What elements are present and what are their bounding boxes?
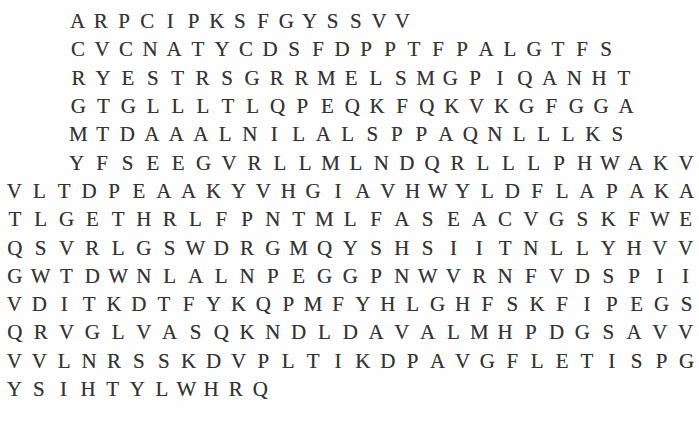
grid-cell: R <box>79 234 105 262</box>
grid-cell: A <box>621 318 647 346</box>
grid-cell: D <box>375 347 400 375</box>
grid-cell: R <box>157 205 183 233</box>
grid-cell: K <box>581 120 606 148</box>
grid-row: VDITKDTFYKQPMFYHLGHFSKFIPEGS <box>0 290 699 318</box>
grid-cell: G <box>240 64 265 92</box>
grid-cell: L <box>141 92 166 120</box>
grid-cell: P <box>450 35 474 63</box>
grid-cell: A <box>624 177 649 205</box>
grid-cell: E <box>166 149 191 177</box>
grid-cell: V <box>251 177 276 205</box>
grid-cell: Y <box>450 177 475 205</box>
grid-cell: F <box>525 177 550 205</box>
grid-cell: M <box>301 290 326 318</box>
grid-cell: G <box>438 64 463 92</box>
grid-cell: L <box>150 375 175 403</box>
grid-cell: D <box>27 290 52 318</box>
grid-cell: P <box>251 347 276 375</box>
grid-cell: W <box>174 375 199 403</box>
grid-cell: L <box>105 318 131 346</box>
grid-cell: E <box>315 92 340 120</box>
grid-cell: N <box>234 262 260 290</box>
grid-cell: T <box>100 375 125 403</box>
grid-cell: V <box>464 92 489 120</box>
grid-cell: R <box>445 149 470 177</box>
grid-cell: P <box>378 35 402 63</box>
grid-cell: S <box>388 64 413 92</box>
grid-cell: G <box>544 205 570 233</box>
grid-cell: T <box>54 262 80 290</box>
grid-cell: A <box>363 318 389 346</box>
grid-cell: Q <box>312 234 338 262</box>
grid-cell: L <box>166 92 191 120</box>
grid-cell: P <box>649 347 674 375</box>
grid-cell: P <box>182 7 205 35</box>
grid-cell: V <box>673 234 699 262</box>
grid-cell: A <box>350 177 375 205</box>
grid-cell: C <box>492 205 518 233</box>
grid-cell: Y <box>91 64 116 92</box>
grid-row: RYESTRSGRRMELSMGPIQANHT <box>0 64 699 92</box>
grid-cell: F <box>500 347 525 375</box>
grid-cell: T <box>301 347 326 375</box>
grid-cell: D <box>286 318 312 346</box>
grid-cell: F <box>475 290 500 318</box>
grid-cell: L <box>343 149 368 177</box>
grid-cell: S <box>183 318 209 346</box>
grid-row: QRVGLVASQKNDLDAVALMHPDGSAVV <box>0 318 699 346</box>
grid-cell: A <box>157 318 183 346</box>
grid-cell: W <box>415 262 441 290</box>
grid-cell: L <box>190 92 215 120</box>
grid-cell: G <box>2 262 28 290</box>
grid-cell: S <box>605 120 630 148</box>
grid-row: GWTDWNLALNPEGGPNWVRNFVDSPII <box>0 262 699 290</box>
grid-cell: K <box>226 290 251 318</box>
grid-cell: F <box>539 92 564 120</box>
grid-cell: L <box>470 149 495 177</box>
grid-cell: Y <box>298 7 321 35</box>
grid-cell: I <box>574 290 599 318</box>
grid-cell: R <box>466 262 492 290</box>
grid-cell: W <box>183 234 209 262</box>
grid-cell: H <box>450 290 475 318</box>
grid-cell: T <box>492 234 518 262</box>
grid-row: MTDAAALNILALSPPAQNLLLKS <box>0 120 699 148</box>
grid-cell: N <box>483 120 508 148</box>
grid-cell: L <box>28 205 54 233</box>
grid-cell: R <box>190 64 215 92</box>
grid-cell: S <box>344 7 367 35</box>
grid-cell: N <box>77 347 102 375</box>
grid-cell: L <box>400 290 425 318</box>
grid-cell: G <box>275 7 298 35</box>
grid-cell: V <box>544 262 570 290</box>
grid-cell: R <box>223 375 248 403</box>
grid-cell: H <box>492 318 518 346</box>
grid-cell: N <box>260 205 286 233</box>
grid-cell: V <box>450 347 475 375</box>
grid-cell: F <box>89 149 114 177</box>
grid-cell: N <box>389 262 415 290</box>
grid-cell: L <box>105 234 131 262</box>
grid-cell: Y <box>64 149 89 177</box>
grid-cell: K <box>350 347 375 375</box>
grid-cell: D <box>79 262 105 290</box>
grid-cell: F <box>363 205 389 233</box>
grid-cell: S <box>570 205 596 233</box>
grid-cell: K <box>525 290 550 318</box>
grid-cell: V <box>131 318 157 346</box>
grid-cell: A <box>425 347 450 375</box>
grid-cell: A <box>574 177 599 205</box>
grid-cell: G <box>522 35 546 63</box>
grid-cell: S <box>28 234 54 262</box>
grid-cell: G <box>260 234 286 262</box>
grid-cell: V <box>2 347 27 375</box>
grid-cell: E <box>79 205 105 233</box>
grid-cell: P <box>599 177 624 205</box>
grid-cell: H <box>76 375 101 403</box>
grid-cell: S <box>595 262 621 290</box>
grid-cell: H <box>131 205 157 233</box>
grid-cell: Q <box>2 318 28 346</box>
grid-cell: R <box>28 318 54 346</box>
grid-cell: S <box>500 290 525 318</box>
grid-cell: L <box>287 120 312 148</box>
grid-cell: E <box>624 290 649 318</box>
grid-cell: P <box>409 120 434 148</box>
grid-cell: N <box>492 262 518 290</box>
grid-cell: I <box>466 234 492 262</box>
grid-cell: Q <box>248 375 273 403</box>
grid-cell: H <box>375 290 400 318</box>
grid-cell: S <box>321 7 344 35</box>
grid-cell: D <box>337 318 363 346</box>
grid-cell: L <box>337 205 363 233</box>
grid-cell: L <box>550 177 575 205</box>
grid-cell: P <box>234 205 260 233</box>
grid-cell: F <box>390 92 415 120</box>
grid-cell: D <box>394 149 419 177</box>
grid-cell: S <box>27 375 52 403</box>
grid-cell: C <box>114 35 138 63</box>
grid-cell: T <box>286 205 312 233</box>
grid-cell: L <box>336 120 361 148</box>
grid-cell: H <box>199 375 224 403</box>
grid-cell: Q <box>251 290 276 318</box>
grid-cell: A <box>151 177 176 205</box>
grid-cell: E <box>116 64 141 92</box>
grid-cell: G <box>570 318 596 346</box>
grid-cell: G <box>514 92 539 120</box>
grid-cell: L <box>312 318 338 346</box>
grid-cell: T <box>546 35 570 63</box>
grid-cell: D <box>126 290 151 318</box>
grid-cell: Q <box>265 92 290 120</box>
grid-cell: A <box>140 120 165 148</box>
grid-cell: L <box>293 149 318 177</box>
grid-cell: A <box>614 92 639 120</box>
grid-cell: S <box>360 120 385 148</box>
grid-cell: Q <box>340 92 365 120</box>
grid-cell: C <box>234 35 258 63</box>
grid-cell: H <box>587 64 612 92</box>
grid-cell: K <box>102 290 127 318</box>
grid-cell: P <box>112 7 135 35</box>
grid-cell: A <box>389 205 415 233</box>
grid-cell: G <box>674 347 699 375</box>
grid-cell: V <box>54 318 80 346</box>
grid-cell: P <box>354 35 378 63</box>
grid-cell: A <box>415 318 441 346</box>
grid-cell: T <box>2 205 28 233</box>
grid-cell: S <box>594 35 618 63</box>
grid-cell: D <box>201 347 226 375</box>
grid-cell: S <box>140 64 165 92</box>
grid-cell: T <box>574 347 599 375</box>
grid-cell: L <box>525 347 550 375</box>
grid-row: TLGETHRLFPNTMLFASEACVGSKFWE <box>0 205 699 233</box>
grid-cell: G <box>337 262 363 290</box>
grid-cell: A <box>66 7 89 35</box>
grid-cell: S <box>157 234 183 262</box>
grid-cell: V <box>375 177 400 205</box>
grid-cell: L <box>441 318 467 346</box>
grid-cell: T <box>91 92 116 120</box>
grid-cell: L <box>544 234 570 262</box>
grid-cell: S <box>363 234 389 262</box>
grid-cell: D <box>544 318 570 346</box>
grid-cell: P <box>463 64 488 92</box>
grid-cell: V <box>518 205 544 233</box>
grid-cell: A <box>623 149 648 177</box>
grid-cell: I <box>673 262 699 290</box>
grid-cell: P <box>102 177 127 205</box>
grid-row: VVLNRSSKDVPLTIKDPAVGFLETISPG <box>0 347 699 375</box>
grid-cell: K <box>176 347 201 375</box>
grid-cell: L <box>208 262 234 290</box>
grid-cell: A <box>674 177 699 205</box>
grid-cell: F <box>621 205 647 233</box>
grid-cell: Y <box>595 234 621 262</box>
grid-cell: R <box>289 64 314 92</box>
grid-cell: Y <box>201 290 226 318</box>
grid-cell: T <box>215 92 240 120</box>
grid-cell: G <box>589 92 614 120</box>
grid-cell: L <box>213 120 238 148</box>
grid-cell: L <box>498 35 522 63</box>
grid-cell: V <box>226 347 251 375</box>
grid-row: VLTDPEAAKYVHGIAVHWYLDFLAPAKA <box>0 177 699 205</box>
grid-cell: I <box>599 347 624 375</box>
grid-cell: N <box>562 64 587 92</box>
grid-row: GTGLLLTLQPEQKFQKVKGFGGA <box>0 92 699 120</box>
grid-cell: Y <box>210 35 234 63</box>
grid-cell: M <box>318 149 343 177</box>
grid-cell: L <box>157 262 183 290</box>
grid-cell: H <box>276 177 301 205</box>
grid-cell: W <box>647 205 673 233</box>
grid-cell: Q <box>458 120 483 148</box>
grid-cell: T <box>151 290 176 318</box>
grid-cell: S <box>415 234 441 262</box>
grid-cell: A <box>434 120 459 148</box>
grid-cell: T <box>52 177 77 205</box>
grid-cell: I <box>647 262 673 290</box>
grid-cell: M <box>413 64 438 92</box>
grid-cell: N <box>131 262 157 290</box>
grid-cell: F <box>570 35 594 63</box>
grid-cell: D <box>208 234 234 262</box>
grid-cell: L <box>183 205 209 233</box>
grid-cell: Y <box>226 177 251 205</box>
grid-cell: P <box>599 290 624 318</box>
grid-cell: L <box>364 64 389 92</box>
grid-cell: L <box>240 92 265 120</box>
grid-cell: T <box>77 290 102 318</box>
grid-cell: M <box>66 120 91 148</box>
grid-cell: V <box>2 290 27 318</box>
grid-cell: V <box>647 234 673 262</box>
grid-cell: G <box>649 290 674 318</box>
grid-cell: P <box>400 347 425 375</box>
grid-cell: E <box>286 262 312 290</box>
grid-cell: D <box>500 177 525 205</box>
grid-cell: L <box>267 149 292 177</box>
grid-cell: G <box>425 290 450 318</box>
grid-cell: K <box>205 7 228 35</box>
grid-cell: W <box>105 262 131 290</box>
grid-cell: P <box>363 262 389 290</box>
grid-cell: T <box>165 64 190 92</box>
grid-cell: A <box>537 64 562 92</box>
grid-cell: K <box>595 205 621 233</box>
grid-cell: D <box>258 35 282 63</box>
grid-cell: L <box>532 120 557 148</box>
grid-cell: F <box>426 35 450 63</box>
grid-cell: S <box>282 35 306 63</box>
grid-cell: A <box>176 177 201 205</box>
grid-cell: E <box>673 205 699 233</box>
grid-cell: G <box>116 92 141 120</box>
grid-cell: M <box>312 205 338 233</box>
grid-cell: V <box>391 7 414 35</box>
grid-cell: A <box>466 205 492 233</box>
grid-cell: H <box>621 234 647 262</box>
grid-cell: R <box>102 347 127 375</box>
grid-cell: V <box>673 318 699 346</box>
grid-cell: C <box>66 35 90 63</box>
grid-cell: I <box>262 120 287 148</box>
grid-cell: G <box>475 347 500 375</box>
grid-cell: D <box>77 177 102 205</box>
grid-cell: L <box>475 177 500 205</box>
grid-cell: E <box>441 205 467 233</box>
grid-cell: E <box>126 177 151 205</box>
grid-cell: Q <box>208 318 234 346</box>
grid-cell: T <box>91 120 116 148</box>
grid-cell: V <box>367 7 390 35</box>
grid-cell: K <box>439 92 464 120</box>
grid-cell: T <box>186 35 210 63</box>
grid-cell: A <box>189 120 214 148</box>
grid-cell: D <box>330 35 354 63</box>
grid-cell: E <box>140 149 165 177</box>
grid-cell: L <box>496 149 521 177</box>
grid-cell: E <box>550 347 575 375</box>
grid-cell: Y <box>337 234 363 262</box>
grid-cell: F <box>326 290 351 318</box>
grid-cell: N <box>238 120 263 148</box>
grid-cell: R <box>242 149 267 177</box>
grid-cell: P <box>546 149 571 177</box>
grid-cell: K <box>365 92 390 120</box>
grid-cell: Q <box>419 149 444 177</box>
grid-cell: E <box>339 64 364 92</box>
grid-row: YSIHTYLWHRQ <box>0 375 699 403</box>
grid-cell: V <box>673 149 698 177</box>
grid-cell: P <box>385 120 410 148</box>
grid-cell: Y <box>350 290 375 318</box>
grid-cell: G <box>131 234 157 262</box>
grid-cell: Y <box>2 375 27 403</box>
grid-cell: F <box>550 290 575 318</box>
grid-cell: R <box>89 7 112 35</box>
grid-cell: Y <box>125 375 150 403</box>
grid-cell: K <box>648 149 673 177</box>
grid-cell: S <box>228 7 251 35</box>
grid-cell: I <box>488 64 513 92</box>
grid-cell: S <box>674 290 699 318</box>
grid-cell: S <box>215 64 240 92</box>
grid-cell: H <box>400 177 425 205</box>
grid-cell: T <box>402 35 426 63</box>
grid-cell: G <box>564 92 589 120</box>
grid-cell: Q <box>2 234 28 262</box>
grid-cell: P <box>621 262 647 290</box>
grid-cell: T <box>105 205 131 233</box>
grid-cell: H <box>389 234 415 262</box>
grid-cell: F <box>252 7 275 35</box>
grid-cell: F <box>208 205 234 233</box>
grid-cell: L <box>52 347 77 375</box>
grid-cell: A <box>474 35 498 63</box>
grid-cell: S <box>115 149 140 177</box>
grid-cell: P <box>260 262 286 290</box>
grid-cell: W <box>597 149 622 177</box>
grid-cell: P <box>290 92 315 120</box>
grid-cell: I <box>52 290 77 318</box>
grid-cell: G <box>301 177 326 205</box>
grid-cell: P <box>276 290 301 318</box>
grid-cell: I <box>51 375 76 403</box>
grid-cell: V <box>90 35 114 63</box>
grid-cell: Q <box>512 64 537 92</box>
grid-cell: K <box>234 318 260 346</box>
grid-cell: I <box>326 347 351 375</box>
grid-cell: V <box>2 177 27 205</box>
grid-cell: W <box>425 177 450 205</box>
grid-cell: M <box>466 318 492 346</box>
grid-cell: N <box>138 35 162 63</box>
scanned-sequence-page: ARPCIPKSFGYSSVVCVCNATYCDSFDPPTFPALGTFSRY… <box>0 0 699 439</box>
grid-cell: G <box>191 149 216 177</box>
grid-cell: W <box>28 262 54 290</box>
grid-cell: G <box>54 205 80 233</box>
grid-cell: I <box>441 234 467 262</box>
grid-cell: A <box>162 35 186 63</box>
